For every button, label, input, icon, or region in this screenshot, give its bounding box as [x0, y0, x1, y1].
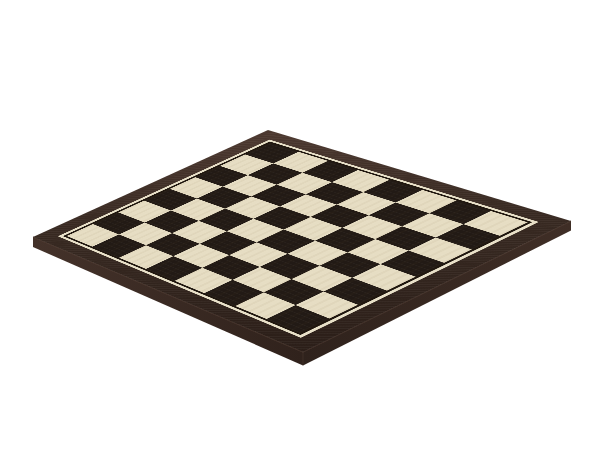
product-photo-stage: [0, 0, 600, 450]
